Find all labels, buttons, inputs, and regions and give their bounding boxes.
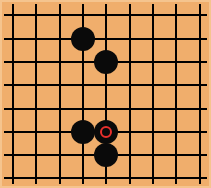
grid-line-vertical [12, 4, 14, 184]
grid-line-vertical [129, 4, 131, 184]
black-stone [94, 50, 118, 74]
grid-line-vertical [59, 4, 61, 184]
black-stone [71, 27, 95, 51]
grid-line-horizontal [4, 38, 207, 40]
black-stone [94, 120, 118, 144]
grid-line-horizontal [4, 177, 207, 179]
grid-line-horizontal [4, 108, 207, 110]
grid-line-vertical [35, 4, 37, 184]
grid-line-vertical [152, 4, 154, 184]
grid-line-horizontal [4, 84, 207, 86]
go-board [0, 0, 211, 188]
black-stone [71, 120, 95, 144]
black-stone [94, 143, 118, 167]
grid-line-vertical [199, 4, 201, 184]
grid-line-vertical [175, 4, 177, 184]
grid-line-horizontal [4, 14, 207, 16]
last-move-circle-marker [100, 126, 112, 138]
go-board-grid [4, 4, 207, 184]
